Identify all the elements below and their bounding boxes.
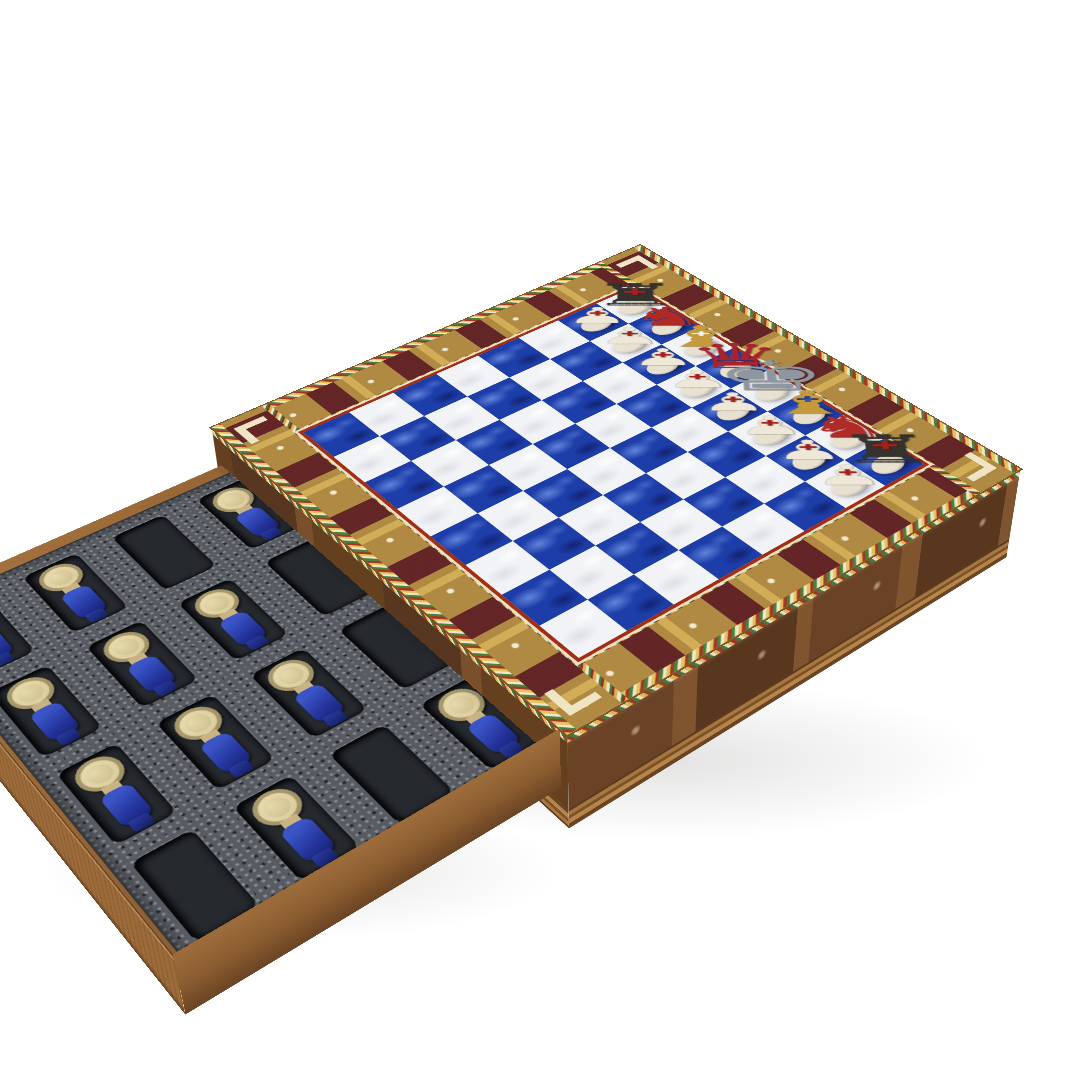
red-cross-icon: ✚ xyxy=(653,352,671,359)
red-cross-icon: ✚ xyxy=(870,440,900,451)
red-cross-icon: ✚ xyxy=(760,420,780,428)
board-cell[interactable] xyxy=(431,513,513,565)
board-cell[interactable] xyxy=(365,461,444,509)
board-cell[interactable] xyxy=(539,600,627,658)
red-cross-icon: ✚ xyxy=(620,331,638,338)
board-cell[interactable] xyxy=(559,495,640,545)
red-cross-icon: ✚ xyxy=(588,310,606,317)
board-cell[interactable] xyxy=(489,444,567,491)
board-cell[interactable] xyxy=(549,546,633,600)
board-cell[interactable] xyxy=(397,487,478,537)
board-cell[interactable] xyxy=(683,477,764,526)
red-cross-icon: ✚ xyxy=(798,444,818,452)
red-cross-icon: ✚ xyxy=(723,396,742,403)
foam-slot-occupied xyxy=(22,553,128,633)
board-cell[interactable] xyxy=(523,469,603,518)
stored-piece-feet xyxy=(0,651,15,668)
board-cell[interactable] xyxy=(444,465,523,513)
board-cell[interactable] xyxy=(478,491,559,541)
red-cross-icon: ✚ xyxy=(688,374,707,381)
foam-slot-occupied xyxy=(156,694,276,790)
board-cell[interactable] xyxy=(640,499,722,550)
foam-slot-occupied xyxy=(86,620,199,708)
foam-slot-occupied xyxy=(56,743,177,845)
red-cross-icon: ✚ xyxy=(622,288,647,297)
board-cell[interactable] xyxy=(466,541,550,595)
board-cell[interactable] xyxy=(646,452,725,499)
foam-slot xyxy=(112,515,217,591)
board-cell[interactable] xyxy=(634,550,719,604)
board-cell[interactable] xyxy=(587,574,673,630)
board-cell[interactable] xyxy=(679,527,763,580)
board-cell[interactable] xyxy=(722,504,804,555)
foam-slot-occupied xyxy=(0,594,35,679)
product-photo-scene: ♜✚♞♝♛♚♝♞♜✚♟✚♟✚♟✚♟✚♟✚♟✚♟✚♟✚ xyxy=(0,0,1080,1080)
board-cell[interactable] xyxy=(502,570,588,626)
board-cell[interactable] xyxy=(595,522,678,574)
board-cell[interactable] xyxy=(567,448,646,495)
foam-slot-occupied xyxy=(178,578,289,661)
board-cell[interactable] xyxy=(603,473,683,522)
foam-slot-occupied xyxy=(0,665,103,758)
board-cell[interactable] xyxy=(513,518,596,570)
foam-slot-occupied xyxy=(250,648,368,739)
